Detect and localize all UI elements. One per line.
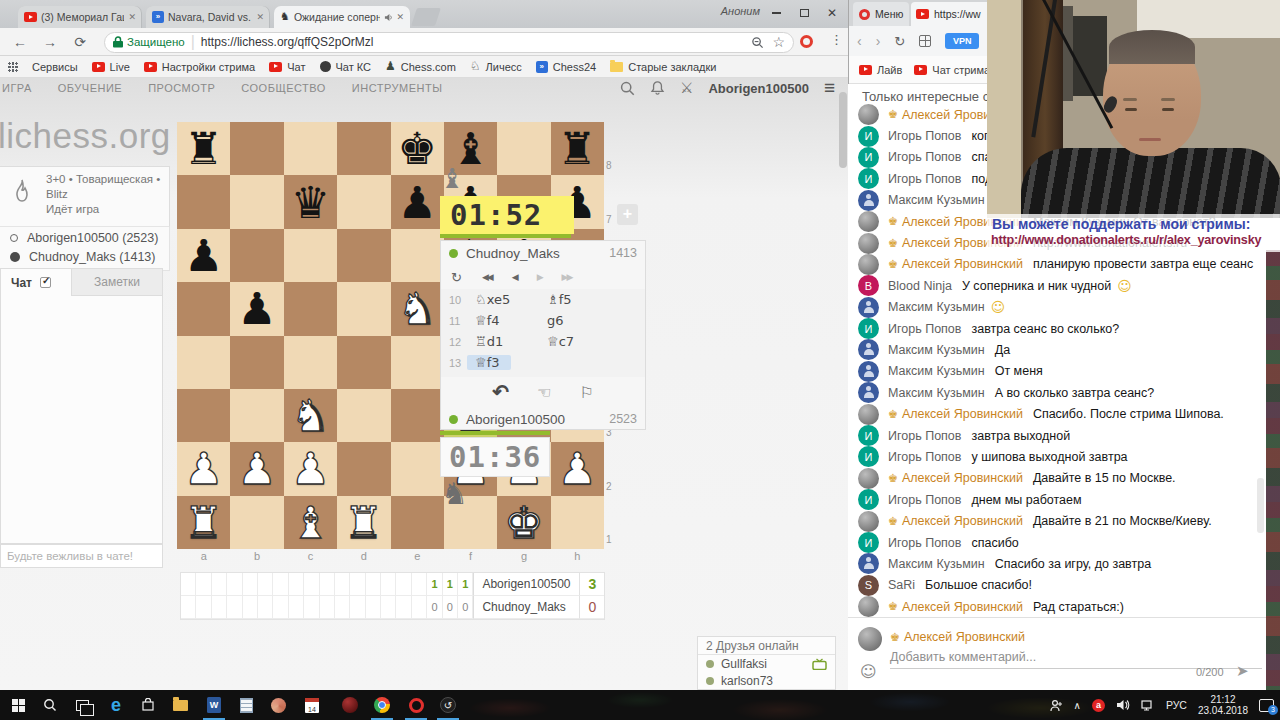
chat-author[interactable]: Игорь Попов bbox=[888, 450, 961, 464]
square-c7[interactable]: ♛ bbox=[284, 175, 337, 228]
chat-author[interactable]: Максим Кузьмин bbox=[888, 343, 985, 357]
address-bar[interactable]: Защищено | https://lichess.org/qffQS2pOr… bbox=[104, 32, 794, 53]
avatar bbox=[858, 627, 882, 651]
avatar: И bbox=[858, 446, 879, 467]
chat-text: Спасибо за игру, до завтра bbox=[995, 557, 1151, 571]
square-b6[interactable] bbox=[230, 229, 283, 282]
crosstable-cell bbox=[366, 573, 381, 596]
crosstable-cell bbox=[273, 573, 288, 596]
chat-author[interactable]: Алексей Яровинский bbox=[902, 600, 1023, 614]
square-c2[interactable]: ♟ bbox=[284, 442, 337, 495]
chat-text: А во сколько завтра сеанс? bbox=[995, 386, 1155, 400]
tab-close-icon[interactable]: ✕ bbox=[396, 12, 404, 22]
avatar bbox=[858, 382, 879, 403]
square-a5[interactable] bbox=[177, 282, 230, 335]
white-player-label[interactable]: Aborigen100500 (2523) bbox=[27, 231, 158, 245]
rank-label: 7 bbox=[606, 175, 616, 228]
store-icon[interactable] bbox=[136, 693, 160, 717]
chat-tab-label: Чат bbox=[11, 276, 32, 290]
chat-author[interactable]: Максим Кузьмин bbox=[888, 557, 985, 571]
bookmark-label: Лайв bbox=[877, 64, 902, 76]
square-b5[interactable]: ♟ bbox=[230, 282, 283, 335]
move-white[interactable]: ♖d1 bbox=[467, 334, 539, 349]
crosstable-cell bbox=[350, 596, 365, 619]
chat-author[interactable]: Максим Кузьмин bbox=[888, 193, 985, 207]
person-icon bbox=[862, 386, 875, 399]
crosstable-cell bbox=[258, 596, 273, 619]
bookmark-label: Live bbox=[110, 61, 130, 73]
bookmark-dark-circle[interactable]: Чат КС bbox=[320, 61, 372, 73]
white-pawn[interactable]: ♟ bbox=[237, 442, 276, 495]
black-player-icon bbox=[10, 252, 20, 262]
takeback-icon[interactable]: ↶ bbox=[492, 380, 509, 404]
extension-icon[interactable] bbox=[800, 35, 813, 48]
crosstable-cell bbox=[396, 596, 411, 619]
file-label: d bbox=[337, 550, 390, 562]
forward-button[interactable]: → bbox=[40, 32, 60, 52]
black-queen[interactable]: ♛ bbox=[291, 176, 330, 229]
opera-bookmark-1[interactable]: Чат стрима bbox=[914, 64, 990, 76]
draw-offer-hand-icon[interactable]: ☜ bbox=[537, 383, 551, 402]
avatar: B bbox=[858, 275, 879, 296]
chat-text: Большое спасибо! bbox=[925, 578, 1032, 592]
friend-row[interactable]: Gullfaksi bbox=[698, 655, 835, 672]
white-bishop[interactable]: ♝ bbox=[291, 496, 330, 549]
move-black[interactable]: ♗f5 bbox=[539, 292, 611, 307]
search-icon[interactable] bbox=[620, 81, 635, 96]
bookmark-youtube[interactable]: Live bbox=[92, 61, 130, 73]
square-h1[interactable] bbox=[551, 496, 604, 549]
send-icon[interactable]: ➤ bbox=[1236, 662, 1249, 680]
chrome-profile-name[interactable]: Аноним bbox=[690, 5, 760, 17]
bookmark-youtube[interactable]: Чат bbox=[269, 61, 305, 73]
square-d3[interactable] bbox=[337, 389, 390, 442]
move-number: 12 bbox=[441, 336, 467, 348]
last-move-icon[interactable]: ▶▶ bbox=[562, 272, 572, 282]
square-d7[interactable] bbox=[337, 175, 390, 228]
move-white[interactable]: ♘xe5 bbox=[467, 292, 539, 307]
people-tray-icon[interactable] bbox=[1049, 699, 1063, 712]
file-label: a bbox=[177, 550, 230, 562]
volume-icon[interactable] bbox=[1116, 699, 1130, 711]
edge-icon[interactable]: e bbox=[104, 693, 128, 717]
square-g1[interactable]: ♚ bbox=[497, 496, 550, 549]
owner-crown-icon: ♚ bbox=[888, 215, 898, 228]
crosstable-cell bbox=[396, 573, 411, 596]
opera-forward-icon[interactable]: › bbox=[876, 33, 881, 49]
opera-icon[interactable] bbox=[404, 693, 428, 717]
youtube-icon bbox=[144, 62, 157, 72]
crosstable-cell bbox=[212, 573, 227, 596]
tab-youtube[interactable]: (3) Мемориал Гашимов ✕ bbox=[18, 6, 142, 28]
square-a3[interactable] bbox=[177, 389, 230, 442]
avatar bbox=[858, 297, 879, 318]
nav-item-1[interactable]: ОБУЧЕНИЕ bbox=[58, 82, 122, 94]
opera-reload-icon[interactable]: ↻ bbox=[894, 34, 905, 49]
square-a2[interactable]: ♟ bbox=[177, 442, 230, 495]
clock-bottom: 01:36 bbox=[440, 437, 550, 477]
top-player-row[interactable]: Chudnoy_Maks 1413 bbox=[441, 241, 645, 265]
chat-message: Максим КузьминОт меня bbox=[848, 361, 1280, 382]
chat-author[interactable]: Игорь Попов bbox=[888, 150, 961, 164]
square-b7[interactable] bbox=[230, 175, 283, 228]
chat-toggle-checkbox[interactable] bbox=[40, 277, 51, 288]
keyboard-language[interactable]: РУС bbox=[1166, 699, 1187, 711]
vpn-badge[interactable]: VPN bbox=[945, 33, 979, 49]
prev-move-icon[interactable]: ◀ bbox=[512, 272, 517, 282]
crosstable-cell bbox=[366, 596, 381, 619]
move-number: 13 bbox=[441, 357, 467, 369]
move-black[interactable]: ♕c7 bbox=[539, 334, 611, 349]
avatar: И bbox=[858, 425, 879, 446]
tab-chess24[interactable]: » Navara, David vs. Topalo ✕ bbox=[146, 6, 270, 28]
streaming-tv-icon bbox=[812, 658, 827, 670]
crosstable-cell bbox=[227, 573, 242, 596]
square-c8[interactable] bbox=[284, 122, 337, 175]
maximize-button[interactable] bbox=[790, 0, 818, 26]
avatar bbox=[858, 468, 879, 489]
square-e7[interactable]: ♟ bbox=[391, 175, 444, 228]
tab-chat[interactable]: Чат bbox=[0, 268, 72, 296]
chat-text: планирую провести завтра еще сеанс bbox=[1033, 257, 1253, 271]
chat-author[interactable]: Алексей Яровинский bbox=[902, 471, 1023, 485]
move-row: 10♘xe5♗f5 bbox=[441, 289, 645, 310]
flip-board-icon[interactable]: ↻ bbox=[451, 270, 462, 285]
square-a7[interactable] bbox=[177, 175, 230, 228]
crosstable-result: 0 bbox=[443, 596, 458, 619]
square-b3[interactable] bbox=[230, 389, 283, 442]
chat-author[interactable]: Максим Кузьмин bbox=[888, 364, 985, 378]
streamer-torso bbox=[1021, 148, 1280, 218]
crosstable-result: 1 bbox=[443, 573, 458, 596]
opera-bookmark-0[interactable]: Лайв bbox=[859, 64, 902, 76]
challenge-swords-icon[interactable]: ⚔ bbox=[680, 79, 693, 97]
square-c1[interactable]: ♝ bbox=[284, 496, 337, 549]
word-icon[interactable]: W bbox=[202, 693, 226, 717]
black-pawn[interactable]: ♟ bbox=[237, 282, 276, 335]
square-c6[interactable] bbox=[284, 229, 337, 282]
youtube-icon bbox=[269, 62, 282, 72]
chat-message: ИИгорь Поповспасибо bbox=[848, 532, 1280, 553]
time-gauge-top bbox=[440, 234, 571, 238]
paint-icon[interactable] bbox=[266, 693, 290, 717]
chat-placeholder: Будьте вежливы в чате! bbox=[7, 550, 133, 562]
chat-author[interactable]: Игорь Попов bbox=[888, 429, 961, 443]
bookmark-pawn[interactable]: ♟Chess.com bbox=[385, 61, 456, 73]
online-dot bbox=[706, 660, 714, 668]
start-button[interactable] bbox=[6, 693, 30, 717]
white-knight[interactable]: ♞ bbox=[397, 282, 436, 335]
square-e8[interactable]: ♚ bbox=[391, 122, 444, 175]
chat-author[interactable]: Игорь Попов bbox=[888, 172, 961, 186]
square-b8[interactable] bbox=[230, 122, 283, 175]
chat-author[interactable]: Алексей Яровинский bbox=[902, 257, 1023, 271]
square-e1[interactable] bbox=[391, 496, 444, 549]
friend-row[interactable]: karlson73 bbox=[698, 672, 835, 689]
game-actions: ↶ ☜ ⚐ bbox=[441, 377, 645, 407]
time-gauge-bottom bbox=[440, 431, 550, 435]
avatar bbox=[858, 190, 879, 211]
action-center-icon[interactable]: 3 bbox=[1259, 699, 1274, 712]
tab-audio-icon[interactable] bbox=[384, 13, 393, 22]
square-d5[interactable] bbox=[337, 282, 390, 335]
nav-item-0[interactable]: ИГРА bbox=[2, 82, 32, 94]
bell-icon[interactable] bbox=[650, 80, 665, 96]
square-g8[interactable] bbox=[497, 122, 550, 175]
square-h2[interactable]: ♟ bbox=[551, 442, 604, 495]
avatar bbox=[858, 404, 879, 425]
square-d6[interactable] bbox=[337, 229, 390, 282]
square-c5[interactable] bbox=[284, 282, 337, 335]
move-number: 11 bbox=[441, 315, 467, 327]
square-d2[interactable] bbox=[337, 442, 390, 495]
crosstable-player[interactable]: Chudnoy_Maks bbox=[473, 596, 580, 619]
bookmark-label: Чат стрима bbox=[932, 64, 990, 76]
friend-name[interactable]: karlson73 bbox=[721, 674, 773, 688]
opera-back-icon[interactable]: ‹ bbox=[857, 33, 862, 49]
lichess-logo[interactable]: lichess.org bbox=[0, 116, 171, 156]
top-player-rating: 1413 bbox=[609, 246, 637, 260]
opera-menu-button[interactable]: Меню bbox=[853, 2, 909, 26]
calendar-icon[interactable]: 14 bbox=[300, 693, 324, 717]
chat-author[interactable]: Игорь Попов bbox=[888, 493, 961, 507]
crosstable-result: 1 bbox=[427, 573, 442, 596]
clock-top: 01:52 bbox=[440, 196, 574, 234]
chat-author[interactable]: Алексей Яровинский bbox=[902, 407, 1023, 421]
chrome-window: (3) Мемориал Гашимов ✕ » Navara, David v… bbox=[0, 0, 848, 690]
minimize-button[interactable] bbox=[762, 0, 790, 26]
chat-text: днем мы работаем bbox=[971, 493, 1081, 507]
black-king[interactable]: ♚ bbox=[397, 122, 436, 175]
black-pawn[interactable]: ♟ bbox=[184, 229, 223, 282]
tab-close-icon[interactable]: ✕ bbox=[128, 12, 136, 22]
white-knight[interactable]: ♞ bbox=[291, 389, 330, 442]
url-text: https://lichess.org/qffQS2pOrMzl bbox=[201, 35, 374, 49]
resign-flag-icon[interactable]: ⚐ bbox=[579, 383, 593, 402]
move-black[interactable]: g6 bbox=[539, 313, 611, 328]
crosstable-total: 0 bbox=[580, 596, 604, 619]
new-tab-button[interactable] bbox=[411, 8, 441, 26]
chat-text: От меня bbox=[995, 364, 1043, 378]
crosstable-player[interactable]: Aborigen100500 bbox=[473, 573, 580, 596]
give-time-button[interactable]: + bbox=[617, 204, 638, 225]
chat-scrollbar-thumb[interactable] bbox=[1257, 478, 1264, 533]
avatar bbox=[858, 553, 879, 574]
move-list: 10♘xe5♗f511♕f4g612♖d1♕c713♕f3 bbox=[441, 289, 645, 377]
red-app-icon[interactable] bbox=[338, 693, 362, 717]
move-panel: Chudnoy_Maks 1413 ↻ ◀◀ ◀ ▶ ▶▶ 10♘xe5♗f51… bbox=[440, 240, 646, 430]
move-white[interactable]: ♕f3 bbox=[467, 355, 511, 370]
lichess-username[interactable]: Aborigen100500 bbox=[708, 81, 808, 96]
square-h8[interactable]: ♜ bbox=[551, 122, 604, 175]
chess24-favicon: » bbox=[152, 11, 164, 23]
crosstable-cell bbox=[412, 596, 427, 619]
square-c3[interactable]: ♞ bbox=[284, 389, 337, 442]
crosstable-result: 0 bbox=[458, 596, 473, 619]
square-a8[interactable]: ♜ bbox=[177, 122, 230, 175]
chat-author[interactable]: Blood Ninja bbox=[888, 279, 952, 293]
square-c4[interactable] bbox=[284, 336, 337, 389]
avatar: И bbox=[858, 532, 879, 553]
crosstable-result: 1 bbox=[458, 573, 473, 596]
donation-line1: Вы можете поддержать мои стримы: bbox=[992, 216, 1250, 232]
bookmark-apps[interactable]: Сервисы bbox=[32, 61, 78, 73]
hidden-icons-caret[interactable]: ∧ bbox=[1074, 700, 1081, 711]
opera-tab[interactable]: https://ww ✕ bbox=[911, 2, 999, 26]
square-a1[interactable]: ♜ bbox=[177, 496, 230, 549]
bookmark-chess24[interactable]: »Chess24 bbox=[536, 61, 596, 73]
black-pawn[interactable]: ♟ bbox=[397, 176, 436, 229]
black-rook[interactable]: ♜ bbox=[558, 122, 597, 175]
square-e5[interactable]: ♞ bbox=[391, 282, 444, 335]
square-b4[interactable] bbox=[230, 336, 283, 389]
hamburger-icon[interactable]: ≡ bbox=[824, 79, 835, 97]
obs-icon[interactable]: ↺ bbox=[436, 693, 460, 717]
square-e3[interactable] bbox=[391, 389, 444, 442]
pawn-icon: ♟ bbox=[385, 61, 396, 72]
chat-text: у шипова выходной завтра bbox=[971, 450, 1127, 464]
nav-item-3[interactable]: СООБЩЕСТВО bbox=[241, 82, 326, 94]
bottom-player-row[interactable]: Aborigen100500 2523 bbox=[441, 407, 645, 431]
youtube-icon bbox=[92, 62, 105, 72]
chat-text: Рад стараться:) bbox=[1033, 600, 1124, 614]
next-move-icon[interactable]: ▶ bbox=[537, 272, 542, 282]
captured-bishop-icon: ♝ bbox=[440, 163, 464, 194]
square-b2[interactable]: ♟ bbox=[230, 442, 283, 495]
page-scrollbar[interactable] bbox=[839, 80, 847, 680]
task-view-icon[interactable] bbox=[70, 693, 94, 717]
youtube-favicon bbox=[916, 9, 929, 19]
white-pawn[interactable]: ♟ bbox=[291, 442, 330, 495]
crosstable-cell bbox=[289, 573, 304, 596]
bookmark-youtube[interactable]: Настройки стрима bbox=[144, 61, 255, 73]
square-b1[interactable] bbox=[230, 496, 283, 549]
white-pawn[interactable]: ♟ bbox=[184, 442, 223, 495]
reload-button[interactable]: ⟳ bbox=[70, 32, 90, 52]
nav-item-2[interactable]: ПРОСМОТР bbox=[148, 82, 215, 94]
crosstable-cell bbox=[273, 596, 288, 619]
square-a6[interactable]: ♟ bbox=[177, 229, 230, 282]
file-label: e bbox=[391, 550, 444, 562]
bookmark-knight[interactable]: ♘Личесс bbox=[470, 61, 522, 73]
avatar: И bbox=[858, 126, 879, 147]
taskbar-clock[interactable]: 21:12 23.04.2018 bbox=[1198, 694, 1248, 716]
avatar: И bbox=[858, 489, 879, 510]
chat-author[interactable]: Алексей Яровинский bbox=[902, 514, 1023, 528]
avatar: И bbox=[858, 168, 879, 189]
chrome-menu-icon[interactable]: ⋮ bbox=[830, 32, 843, 47]
owner-crown-icon: ♚ bbox=[888, 515, 898, 528]
file-explorer-icon[interactable] bbox=[168, 693, 192, 717]
network-icon[interactable] bbox=[1141, 699, 1155, 711]
square-d1[interactable]: ♜ bbox=[337, 496, 390, 549]
bookmark-label: Chess24 bbox=[553, 61, 596, 73]
square-a4[interactable] bbox=[177, 336, 230, 389]
bookmark-star-icon[interactable]: ☆ bbox=[772, 34, 785, 50]
file-label: c bbox=[284, 550, 337, 562]
square-d4[interactable] bbox=[337, 336, 390, 389]
bottom-player-name[interactable]: Aborigen100500 bbox=[466, 412, 565, 427]
emoji-picker-icon[interactable]: ☺ bbox=[860, 662, 877, 681]
white-pawn[interactable]: ♟ bbox=[558, 442, 597, 495]
chat-message: ИИгорь Поповзавтра сеанс во сколько? bbox=[848, 318, 1280, 339]
nav-item-4[interactable]: ИНСТРУМЕНТЫ bbox=[352, 82, 443, 94]
chrome-icon[interactable] bbox=[370, 693, 394, 717]
square-e4[interactable] bbox=[391, 336, 444, 389]
avatar bbox=[858, 104, 879, 125]
speed-dial-icon[interactable] bbox=[919, 35, 931, 47]
chat-author[interactable]: Игорь Попов bbox=[888, 536, 961, 550]
tab-close-icon[interactable]: ✕ bbox=[256, 12, 264, 22]
chat-message: ♚Алексей ЯровинскийСпасибо. После стрима… bbox=[848, 403, 1280, 424]
crosstable-cell bbox=[335, 596, 350, 619]
square-e2[interactable] bbox=[391, 442, 444, 495]
avira-icon[interactable]: a bbox=[1092, 699, 1105, 712]
composer-username: Алексей Яровинский bbox=[904, 630, 1025, 644]
chat-author[interactable]: Игорь Попов bbox=[888, 129, 961, 143]
top-player-name[interactable]: Chudnoy_Maks bbox=[466, 246, 560, 261]
black-player-label[interactable]: Chudnoy_Maks (1413) bbox=[29, 250, 155, 264]
apps-grid-icon[interactable] bbox=[8, 62, 18, 72]
chat-author[interactable]: Игорь Попов bbox=[888, 322, 961, 336]
square-d8[interactable] bbox=[337, 122, 390, 175]
white-king[interactable]: ♚ bbox=[504, 496, 543, 549]
chat-message: ♚Алексей ЯровинскийРад стараться:) bbox=[848, 596, 1280, 617]
rank-label: 8 bbox=[606, 122, 616, 175]
chat-author[interactable]: Максим Кузьмин bbox=[888, 300, 985, 314]
zoom-icon[interactable] bbox=[751, 36, 764, 49]
comment-composer: ♚ Алексей Яровинский Добавить комментари… bbox=[848, 617, 1280, 690]
chat-text: Давайте в 21 по Москве/Киеву. bbox=[1033, 514, 1212, 528]
tab-title: Navara, David vs. Topalo bbox=[168, 11, 252, 23]
emoji-icon: ☺ bbox=[991, 299, 1006, 315]
move-white[interactable]: ♕f4 bbox=[467, 313, 539, 328]
close-button[interactable]: ✕ bbox=[818, 0, 846, 26]
chat-author[interactable]: Максим Кузьмин bbox=[888, 386, 985, 400]
chat-message: Максим КузьминСпасибо за игру, до завтра bbox=[848, 553, 1280, 574]
white-rook[interactable]: ♜ bbox=[184, 496, 223, 549]
move-row: 12♖d1♕c7 bbox=[441, 331, 645, 352]
notepad-icon[interactable] bbox=[234, 693, 258, 717]
tab-notes[interactable]: Заметки bbox=[72, 268, 163, 296]
friends-box: 2 Друзья онлайн Gullfaksikarlson73 bbox=[697, 636, 836, 690]
taskbar-search-icon[interactable] bbox=[38, 693, 62, 717]
chat-message: ♚Алексей ЯровинскийДавайте в 15 по Москв… bbox=[848, 468, 1280, 489]
spectator-chat-input[interactable]: Будьте вежливы в чате! bbox=[0, 544, 163, 568]
first-move-icon[interactable]: ◀◀ bbox=[482, 272, 492, 282]
game-meta-line2: Blitz bbox=[46, 187, 160, 202]
square-e6[interactable] bbox=[391, 229, 444, 282]
friend-name[interactable]: Gullfaksi bbox=[721, 657, 767, 671]
file-label: g bbox=[497, 550, 550, 562]
crosstable-cell bbox=[381, 573, 396, 596]
chat-message: Максим КузьминА во сколько завтра сеанс? bbox=[848, 382, 1280, 403]
chat-author[interactable]: SaRi bbox=[888, 578, 915, 592]
crosstable-cell bbox=[350, 573, 365, 596]
chat-text: завтра сеанс во сколько? bbox=[971, 322, 1119, 336]
back-button[interactable]: ← bbox=[10, 32, 30, 52]
avatar bbox=[858, 233, 879, 254]
separator: | bbox=[191, 33, 195, 51]
tab-lichess-active[interactable]: ♞ Ожидание соперни ✕ bbox=[274, 6, 410, 28]
crosstable-cell bbox=[289, 596, 304, 619]
captured-knight-icon: ♞ bbox=[441, 476, 468, 511]
white-rook[interactable]: ♜ bbox=[344, 496, 383, 549]
bookmark-folder[interactable]: Старые закладки bbox=[610, 61, 716, 73]
chat-message: ИИгорь Поповзавтра выходной bbox=[848, 425, 1280, 446]
file-label: b bbox=[230, 550, 283, 562]
black-rook[interactable]: ♜ bbox=[184, 122, 223, 175]
